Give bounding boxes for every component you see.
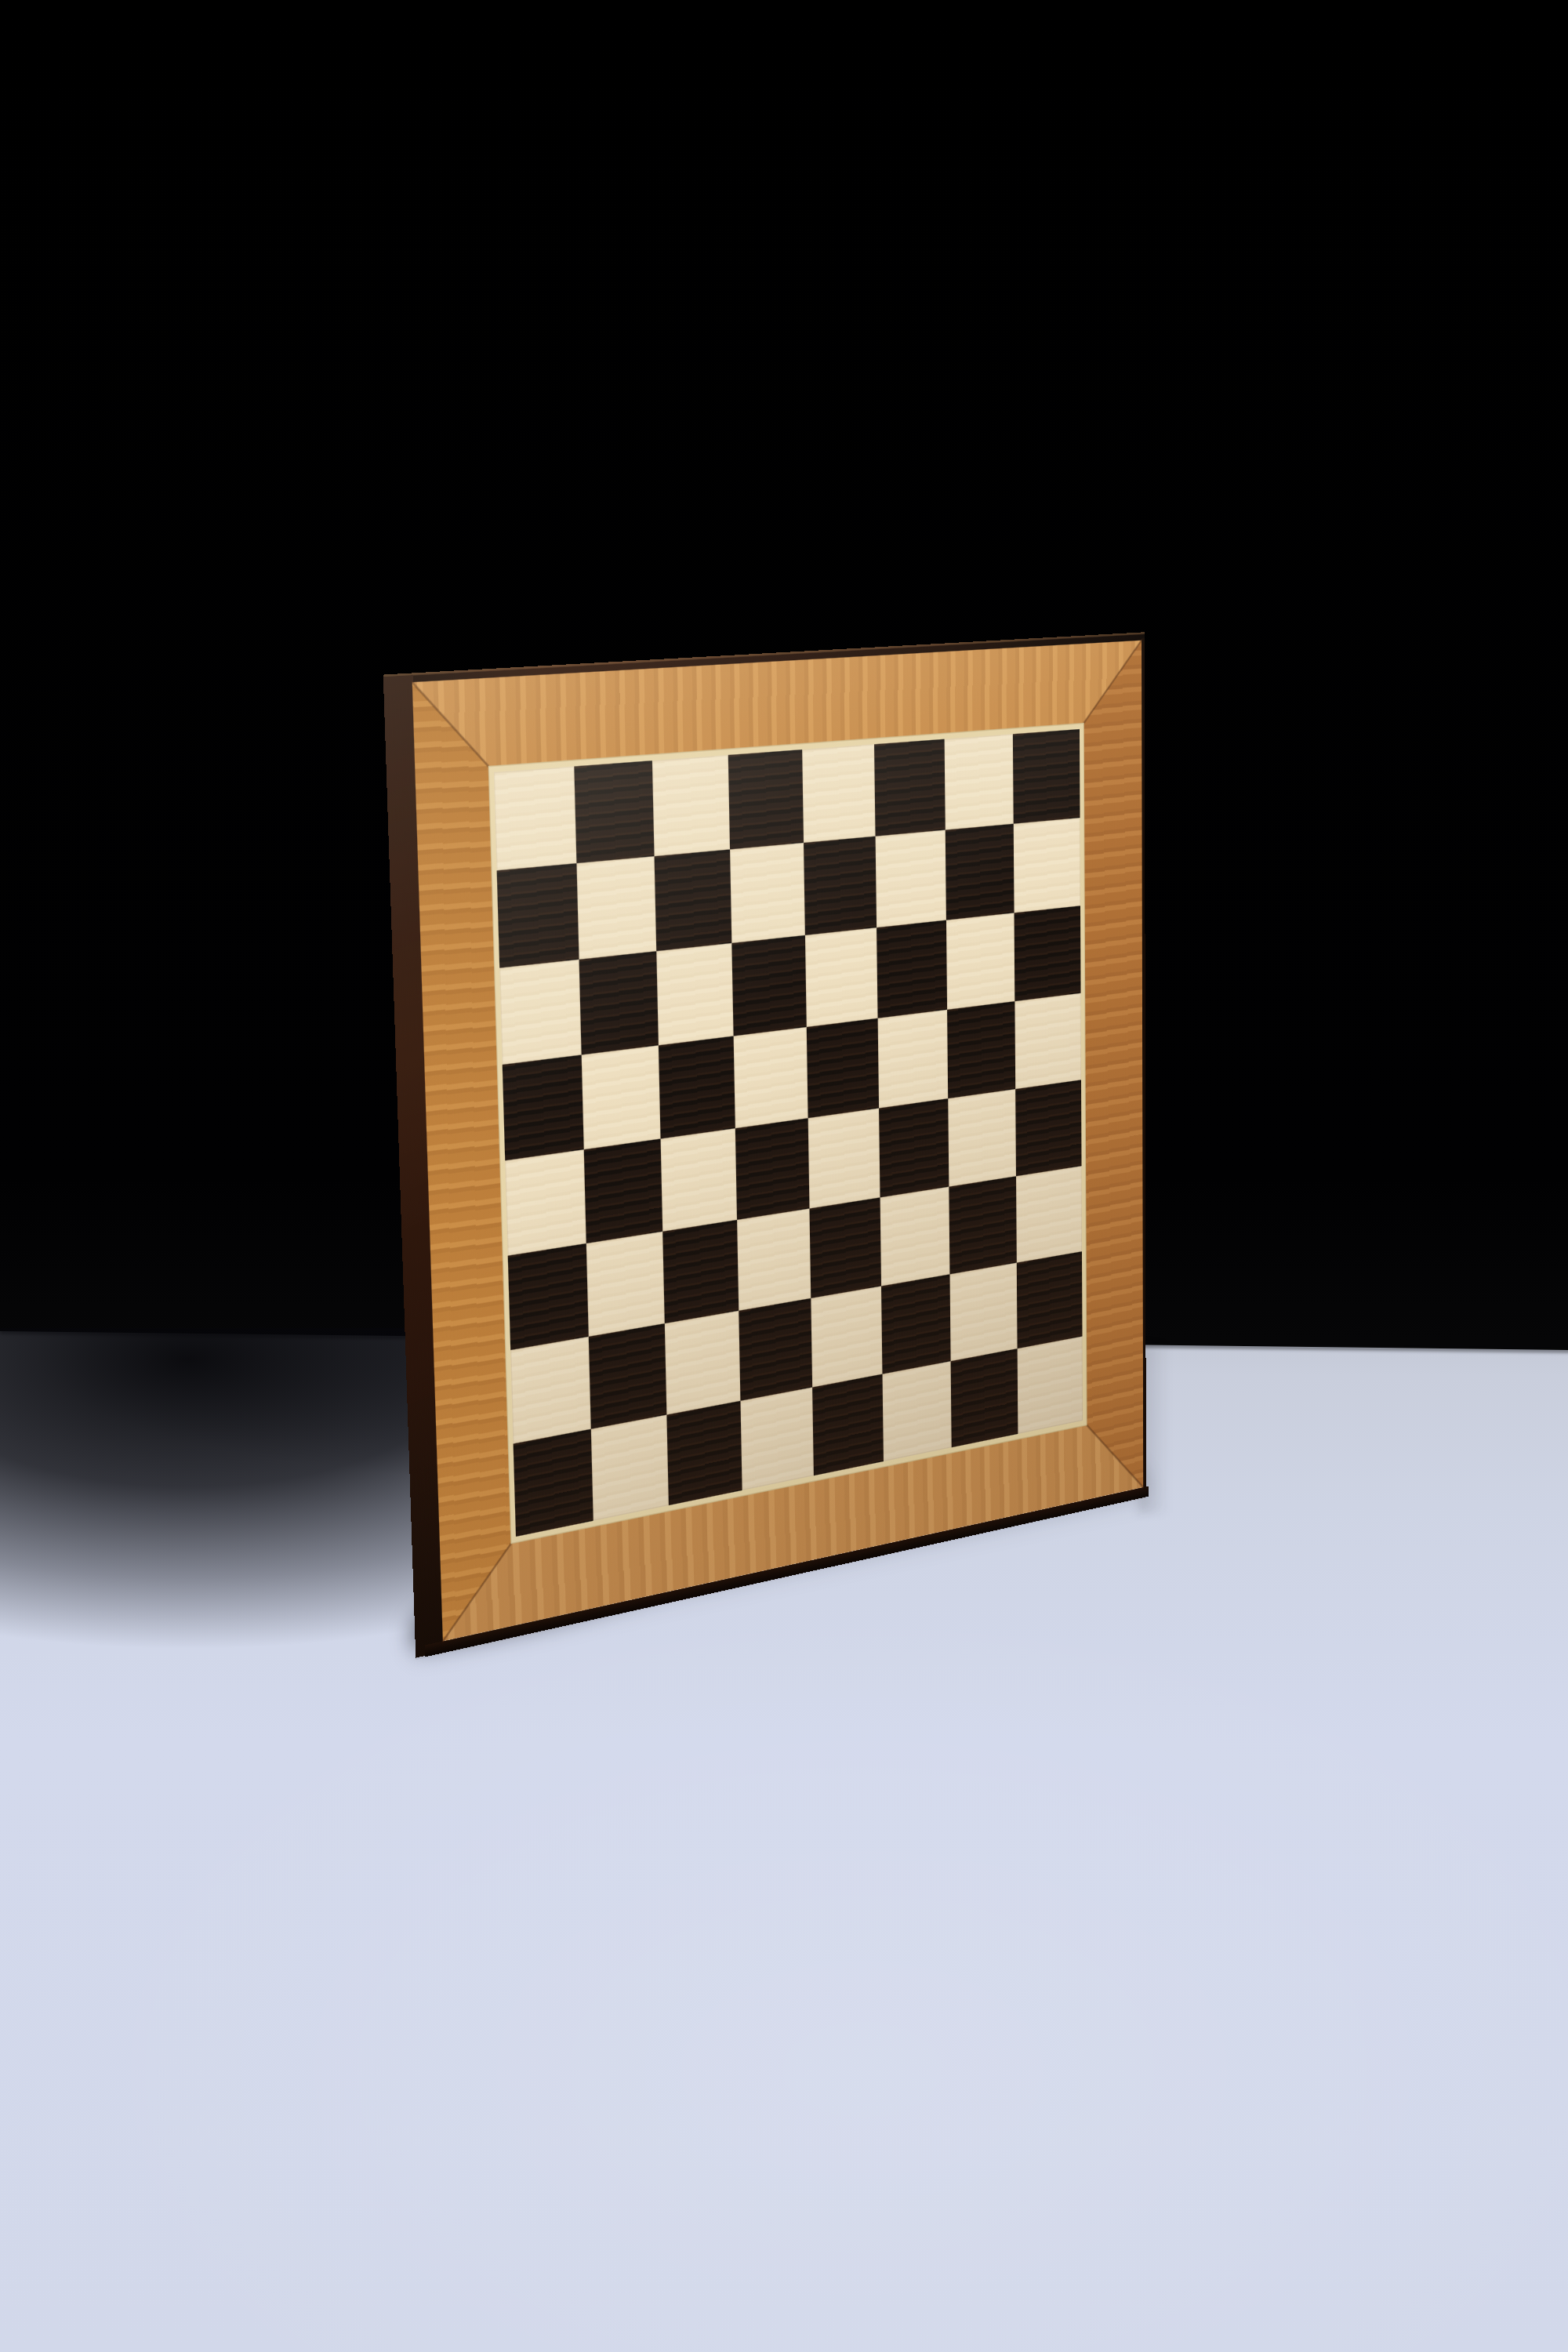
square-c4 (661, 1128, 737, 1232)
square-g2 (949, 1263, 1017, 1362)
square-g8 (945, 734, 1014, 829)
square-d6 (731, 935, 806, 1036)
square-g3 (949, 1176, 1016, 1274)
square-d7 (730, 843, 805, 943)
square-d2 (739, 1298, 812, 1401)
square-c1 (666, 1401, 742, 1505)
square-b6 (579, 951, 659, 1054)
square-a8 (494, 766, 576, 870)
square-b5 (582, 1045, 661, 1149)
square-f2 (881, 1274, 951, 1374)
square-h2 (1017, 1251, 1083, 1348)
square-d4 (735, 1118, 810, 1220)
square-d3 (737, 1208, 811, 1310)
square-b3 (586, 1232, 665, 1337)
square-h7 (1014, 818, 1080, 913)
square-d1 (740, 1388, 813, 1490)
square-c7 (655, 849, 732, 951)
square-a2 (510, 1337, 591, 1444)
photo-scene (0, 0, 1568, 2352)
square-h8 (1013, 729, 1080, 824)
square-d8 (728, 750, 804, 849)
square-c3 (662, 1220, 739, 1323)
square-h1 (1018, 1337, 1083, 1434)
square-g5 (947, 1001, 1015, 1098)
checkerboard-grid (494, 729, 1083, 1537)
square-f3 (880, 1187, 950, 1287)
square-f7 (876, 830, 946, 928)
square-e5 (807, 1018, 879, 1118)
chess-board (494, 729, 1083, 1537)
square-a1 (514, 1429, 593, 1537)
square-b4 (584, 1139, 662, 1243)
square-e8 (802, 744, 875, 843)
square-b7 (576, 856, 656, 960)
square-g7 (946, 824, 1014, 920)
square-a5 (503, 1054, 584, 1160)
square-g4 (948, 1089, 1016, 1187)
square-f8 (874, 739, 946, 837)
square-g1 (951, 1348, 1018, 1447)
square-f5 (878, 1010, 949, 1109)
square-h3 (1016, 1166, 1082, 1262)
square-e7 (804, 837, 877, 935)
square-f1 (882, 1361, 951, 1461)
square-a4 (505, 1149, 586, 1255)
square-h6 (1014, 906, 1081, 1001)
square-f4 (879, 1098, 949, 1197)
square-c6 (656, 943, 733, 1045)
square-c8 (652, 755, 730, 856)
square-e4 (808, 1109, 880, 1209)
square-e3 (809, 1197, 881, 1298)
square-d5 (734, 1027, 808, 1128)
square-h4 (1015, 1080, 1081, 1176)
square-c2 (665, 1311, 741, 1415)
square-b2 (589, 1323, 667, 1429)
square-c5 (659, 1036, 735, 1139)
square-a3 (508, 1243, 589, 1350)
square-g6 (946, 913, 1014, 1009)
square-e2 (811, 1286, 882, 1387)
square-h5 (1014, 993, 1081, 1089)
square-b8 (574, 760, 654, 863)
square-e1 (812, 1374, 884, 1476)
square-a7 (497, 863, 579, 968)
square-f6 (877, 920, 947, 1018)
square-a6 (499, 960, 581, 1065)
square-e6 (805, 927, 878, 1027)
square-b1 (591, 1415, 669, 1521)
